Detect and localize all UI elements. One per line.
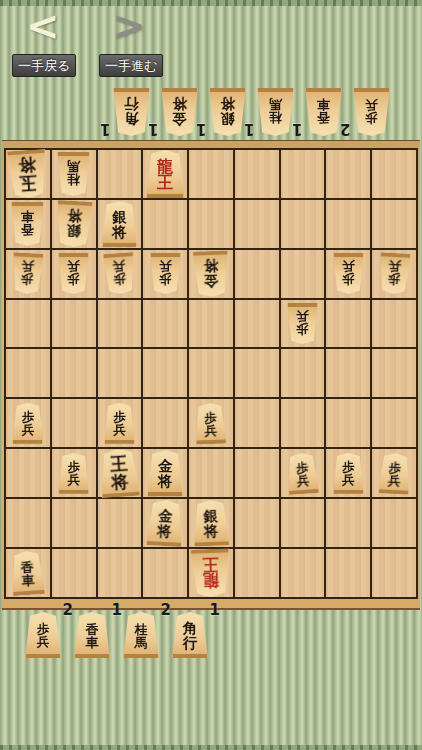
board-cell-87[interactable]: 歩兵 [52,449,96,497]
board-cell-86[interactable] [52,399,96,447]
board-cell-52[interactable] [189,200,233,248]
board-cell-33[interactable] [281,250,325,298]
piece-kanji: 歩兵 [332,453,365,494]
board-cell-56[interactable]: 歩兵 [189,399,233,447]
board-cell-78[interactable] [98,499,142,547]
board-cell-59[interactable]: 龍王 [189,549,233,597]
board-cell-97[interactable] [6,449,50,497]
hand-piece-count: 2 [340,120,350,138]
piece-gote-silver[interactable]: 銀将 [208,88,247,136]
board-cell-77[interactable]: 王将 [98,449,142,497]
board-cell-28[interactable] [326,499,370,547]
hand-piece-count: 1 [244,120,254,138]
piece-sente-lance[interactable]: 香車 [9,550,47,596]
board-cell-92[interactable]: 香車 [6,200,50,248]
piece-sente-bishop[interactable]: 角行 [171,612,209,658]
piece-kanji: 銀将 [53,200,93,248]
board-cell-24[interactable] [326,300,370,348]
piece-kanji: 銀将 [100,201,138,247]
piece-kanji: 金将 [191,250,231,297]
piece-gote-knight[interactable]: 桂馬 [56,152,91,196]
piece-gote-king[interactable]: 玉将 [6,149,50,200]
piece-kanji: 桂馬 [256,88,295,136]
piece-kanji: 香車 [304,88,343,136]
board-cell-75[interactable] [98,349,142,397]
board-cell-95[interactable] [6,349,50,397]
piece-kanji: 角行 [171,612,209,658]
piece-kanji: 玉将 [6,149,50,200]
piece-sente-knight[interactable]: 桂馬 [122,612,160,658]
piece-gote-silver[interactable]: 銀将 [53,200,93,248]
piece-kanji: 香車 [10,202,45,246]
board-cell-14[interactable] [372,300,416,348]
piece-gote-lance[interactable]: 香車 [304,88,343,136]
board-cell-15[interactable] [372,349,416,397]
hand-piece-count: 1 [196,120,206,138]
board-cell-63[interactable]: 歩兵 [143,250,187,298]
piece-kanji: 金将 [146,450,184,496]
board-cell-51[interactable] [189,150,233,198]
piece-sente-gold[interactable]: 金将 [145,499,185,547]
board-cell-23[interactable]: 歩兵 [326,250,370,298]
board-cell-48[interactable] [235,499,279,547]
board-cell-21[interactable] [326,150,370,198]
board-cell-76[interactable]: 歩兵 [98,399,142,447]
piece-kanji: 銀将 [191,499,231,546]
forward-chevron-icon[interactable]: > [112,6,146,46]
piece-kanji: 桂馬 [122,612,160,658]
board-cell-43[interactable] [235,250,279,298]
board-cell-45[interactable] [235,349,279,397]
shogi-board: 玉将桂馬龍王香車銀将銀将歩兵歩兵歩兵歩兵金将歩兵歩兵歩兵歩兵歩兵歩兵歩兵王将金将… [4,148,418,599]
piece-kanji: 香車 [9,550,47,596]
piece-gote-dragon[interactable]: 龍王 [190,548,233,597]
piece-gote-pawn[interactable]: 歩兵 [57,253,90,294]
piece-sente-pawn[interactable]: 歩兵 [194,402,228,444]
board-cell-39[interactable] [281,549,325,597]
board-cell-79[interactable] [98,549,142,597]
piece-sente-lance[interactable]: 香車 [73,612,111,658]
piece-kanji: 歩兵 [352,88,391,136]
piece-kanji: 王将 [97,448,141,499]
piece-gote-pawn[interactable]: 歩兵 [332,253,365,294]
piece-kanji: 歩兵 [285,452,321,495]
board-cell-46[interactable] [235,399,279,447]
board-cell-53[interactable]: 金将 [189,250,233,298]
board-cell-11[interactable] [372,150,416,198]
board-cell-66[interactable] [143,399,187,447]
sente-captured-tray: 歩兵2香車1桂馬2角行1 [24,612,209,658]
piece-kanji: 歩兵 [377,252,412,295]
piece-kanji: 龍王 [145,150,186,198]
tatami-seam-top [0,0,422,6]
board-cell-12[interactable] [372,200,416,248]
hand-piece-count: 1 [148,120,158,138]
piece-kanji: 香車 [73,612,111,658]
board-cell-94[interactable] [6,300,50,348]
board-cell-35[interactable] [281,349,325,397]
piece-gote-bishop[interactable]: 角行 [112,88,151,136]
piece-gote-lance[interactable]: 香車 [10,202,45,246]
piece-gote-pawn[interactable]: 歩兵 [286,303,319,344]
shogi-board-screen: < > 一手戻る 一手進む 角行1金将1銀将1桂馬1香車1歩兵2 玉将桂馬龍王香… [0,0,422,750]
board-cell-85[interactable] [52,349,96,397]
hand-piece-count: 1 [292,120,302,138]
board-cell-31[interactable] [281,150,325,198]
hand-piece-count: 2 [161,601,171,619]
board-cell-29[interactable] [326,549,370,597]
piece-sente-silver[interactable]: 銀将 [100,201,138,247]
board-cell-27[interactable]: 歩兵 [326,449,370,497]
board-cell-58[interactable]: 銀将 [189,499,233,547]
board-cell-91[interactable]: 玉将 [6,150,50,198]
gote-captured-tray: 角行1金将1銀将1桂馬1香車1歩兵2 [112,88,391,136]
piece-kanji: 歩兵 [194,402,228,444]
board-cell-69[interactable] [143,549,187,597]
hand-slot-gote-pawn: 歩兵2 [352,88,391,136]
board-cell-54[interactable] [189,300,233,348]
board-cell-57[interactable] [189,449,233,497]
piece-sente-pawn[interactable]: 歩兵 [285,452,321,495]
board-cell-55[interactable] [189,349,233,397]
piece-sente-dragon[interactable]: 龍王 [145,150,186,198]
board-cell-49[interactable] [235,549,279,597]
forward-one-move-button[interactable]: 一手進む [99,54,163,77]
board-cell-36[interactable] [281,399,325,447]
board-cell-89[interactable] [52,549,96,597]
hand-slot-sente-knight: 桂馬2 [122,612,160,658]
hand-slot-sente-bishop: 角行1 [171,612,209,658]
piece-kanji: 歩兵 [149,253,182,294]
piece-gote-gold[interactable]: 金将 [191,250,231,297]
board-cell-99[interactable]: 香車 [6,549,50,597]
hand-slot-sente-lance: 香車1 [73,612,111,658]
piece-gote-knight[interactable]: 桂馬 [256,88,295,136]
board-cell-65[interactable] [143,349,187,397]
hand-slot-gote-bishop: 角行1 [112,88,151,136]
hand-piece-count: 1 [210,601,220,619]
piece-sente-pawn[interactable]: 歩兵 [103,403,136,444]
hand-slot-gote-silver: 銀将1 [208,88,247,136]
piece-sente-pawn[interactable]: 歩兵 [377,452,412,495]
hand-piece-count: 1 [112,601,122,619]
back-one-move-button[interactable]: 一手戻る [12,54,76,77]
piece-kanji: 歩兵 [24,612,62,658]
back-chevron-icon[interactable]: < [26,6,60,46]
piece-kanji: 歩兵 [10,252,45,295]
board-cell-42[interactable] [235,200,279,248]
board-cell-26[interactable] [326,399,370,447]
piece-kanji: 歩兵 [332,253,365,294]
board-cell-81[interactable]: 桂馬 [52,150,96,198]
piece-sente-pawn[interactable]: 歩兵 [24,612,62,658]
piece-kanji: 角行 [112,88,151,136]
board-cell-44[interactable] [235,300,279,348]
board-cell-19[interactable] [372,549,416,597]
piece-kanji: 歩兵 [103,403,136,444]
piece-sente-silver[interactable]: 銀将 [191,499,231,546]
piece-sente-gold[interactable]: 金将 [146,450,184,496]
hand-piece-count: 1 [100,120,110,138]
piece-kanji: 銀将 [208,88,247,136]
piece-kanji: 金将 [145,499,185,547]
board-cell-32[interactable] [281,200,325,248]
piece-kanji: 歩兵 [377,452,412,495]
board-cell-37[interactable]: 歩兵 [281,449,325,497]
piece-kanji: 龍王 [190,548,233,597]
board-cell-64[interactable] [143,300,187,348]
piece-kanji: 歩兵 [57,253,90,294]
board-cell-18[interactable] [372,499,416,547]
board-cell-41[interactable] [235,150,279,198]
hand-slot-gote-knight: 桂馬1 [256,88,295,136]
board-cell-16[interactable] [372,399,416,447]
board-cell-47[interactable] [235,449,279,497]
board-cell-82[interactable]: 銀将 [52,200,96,248]
board-cell-22[interactable] [326,200,370,248]
board-cell-67[interactable]: 金将 [143,449,187,497]
piece-gote-pawn[interactable]: 歩兵 [352,88,391,136]
hand-slot-sente-pawn: 歩兵2 [24,612,62,658]
piece-kanji: 歩兵 [11,403,44,444]
board-cell-68[interactable]: 金将 [143,499,187,547]
piece-kanji: 歩兵 [102,252,138,295]
board-cell-93[interactable]: 歩兵 [6,250,50,298]
piece-gote-pawn[interactable]: 歩兵 [149,253,182,294]
board-cell-96[interactable]: 歩兵 [6,399,50,447]
piece-kanji: 歩兵 [286,303,319,344]
piece-gote-gold[interactable]: 金将 [160,88,199,136]
piece-sente-pawn[interactable]: 歩兵 [11,403,44,444]
board-cell-25[interactable] [326,349,370,397]
board-cell-98[interactable] [6,499,50,547]
board-cell-71[interactable] [98,150,142,198]
piece-gote-pawn[interactable]: 歩兵 [102,252,138,295]
piece-sente-king[interactable]: 王将 [97,448,141,499]
piece-kanji: 桂馬 [56,152,91,196]
hand-slot-gote-gold: 金将1 [160,88,199,136]
board-cell-72[interactable]: 銀将 [98,200,142,248]
board-cell-74[interactable] [98,300,142,348]
board-cell-61[interactable]: 龍王 [143,150,187,198]
board-cell-34[interactable]: 歩兵 [281,300,325,348]
board-cell-62[interactable] [143,200,187,248]
board-cell-17[interactable]: 歩兵 [372,449,416,497]
piece-gote-pawn[interactable]: 歩兵 [10,252,45,295]
piece-sente-pawn[interactable]: 歩兵 [332,453,365,494]
board-frame: 玉将桂馬龍王香車銀将銀将歩兵歩兵歩兵歩兵金将歩兵歩兵歩兵歩兵歩兵歩兵歩兵王将金将… [2,140,420,610]
piece-sente-pawn[interactable]: 歩兵 [57,453,90,494]
hand-piece-count: 2 [63,601,73,619]
board-cell-84[interactable] [52,300,96,348]
hand-slot-gote-lance: 香車1 [304,88,343,136]
piece-kanji: 金将 [160,88,199,136]
board-cell-38[interactable] [281,499,325,547]
piece-kanji: 歩兵 [57,453,90,494]
piece-gote-pawn[interactable]: 歩兵 [377,252,412,295]
board-cell-73[interactable]: 歩兵 [98,250,142,298]
board-cell-83[interactable]: 歩兵 [52,250,96,298]
board-cell-13[interactable]: 歩兵 [372,250,416,298]
board-cell-88[interactable] [52,499,96,547]
tatami-seam-bottom [0,745,422,750]
